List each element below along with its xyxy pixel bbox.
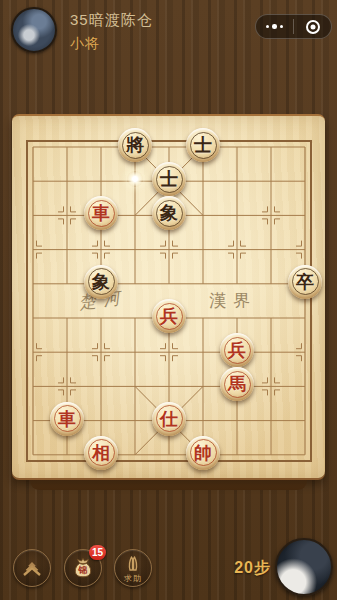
piece-character: 卒 [296, 273, 314, 291]
chevron-stack-icon [21, 559, 43, 577]
piece-character: 將 [126, 136, 144, 154]
ask-help-button[interactable]: 求助 [114, 549, 152, 587]
piece-character: 士 [194, 136, 212, 154]
piece-red-帥[interactable]: 帥 [186, 436, 220, 470]
piece-character: 相 [92, 444, 110, 462]
piece-character: 象 [92, 273, 110, 291]
footer-bar: 锦 15 求助 20步 [0, 540, 337, 600]
header-bar: 35暗渡陈仓 小将 [0, 0, 337, 60]
piece-red-兵[interactable]: 兵 [220, 333, 254, 367]
miniprogram-capsule [255, 14, 332, 39]
move-counter: 20步 [234, 558, 271, 579]
opponent-avatar[interactable] [275, 538, 333, 596]
piece-character: 士 [160, 170, 178, 188]
expand-menu-button[interactable] [13, 549, 51, 587]
piece-character: 馬 [228, 375, 246, 393]
piece-character: 兵 [160, 307, 178, 325]
piece-character: 車 [92, 204, 110, 222]
piece-black-士[interactable]: 士 [186, 128, 220, 162]
title-block: 35暗渡陈仓 小将 [70, 11, 153, 53]
piece-black-將[interactable]: 將 [118, 128, 152, 162]
piece-red-車[interactable]: 車 [50, 402, 84, 436]
piece-character: 兵 [228, 341, 246, 359]
praying-hands-icon [122, 555, 144, 575]
piece-black-士[interactable]: 士 [152, 162, 186, 196]
piece-character: 仕 [160, 410, 178, 428]
piece-red-仕[interactable]: 仕 [152, 402, 186, 436]
close-minimize-button[interactable] [294, 15, 331, 38]
circle-dot-icon [306, 20, 320, 34]
xiangqi-app: { "game": "xiangqi", "position": { "fen"… [0, 0, 337, 600]
hint-bag-button[interactable]: 锦 15 [64, 549, 102, 587]
piece-black-象[interactable]: 象 [84, 265, 118, 299]
help-caption: 求助 [115, 573, 151, 584]
rank-label: 小将 [70, 35, 153, 53]
river-label-right: 漢界 [209, 289, 257, 312]
player-avatar[interactable] [11, 7, 57, 53]
piece-black-卒[interactable]: 卒 [288, 265, 322, 299]
piece-red-兵[interactable]: 兵 [152, 299, 186, 333]
level-title: 35暗渡陈仓 [70, 11, 153, 30]
hint-count-badge: 15 [89, 545, 106, 560]
piece-red-相[interactable]: 相 [84, 436, 118, 470]
more-options-button[interactable] [256, 15, 293, 38]
piece-character: 帥 [194, 444, 212, 462]
piece-character: 象 [160, 204, 178, 222]
bag-character: 锦 [79, 564, 88, 577]
ellipsis-icon [266, 24, 283, 29]
piece-character: 車 [58, 410, 76, 428]
